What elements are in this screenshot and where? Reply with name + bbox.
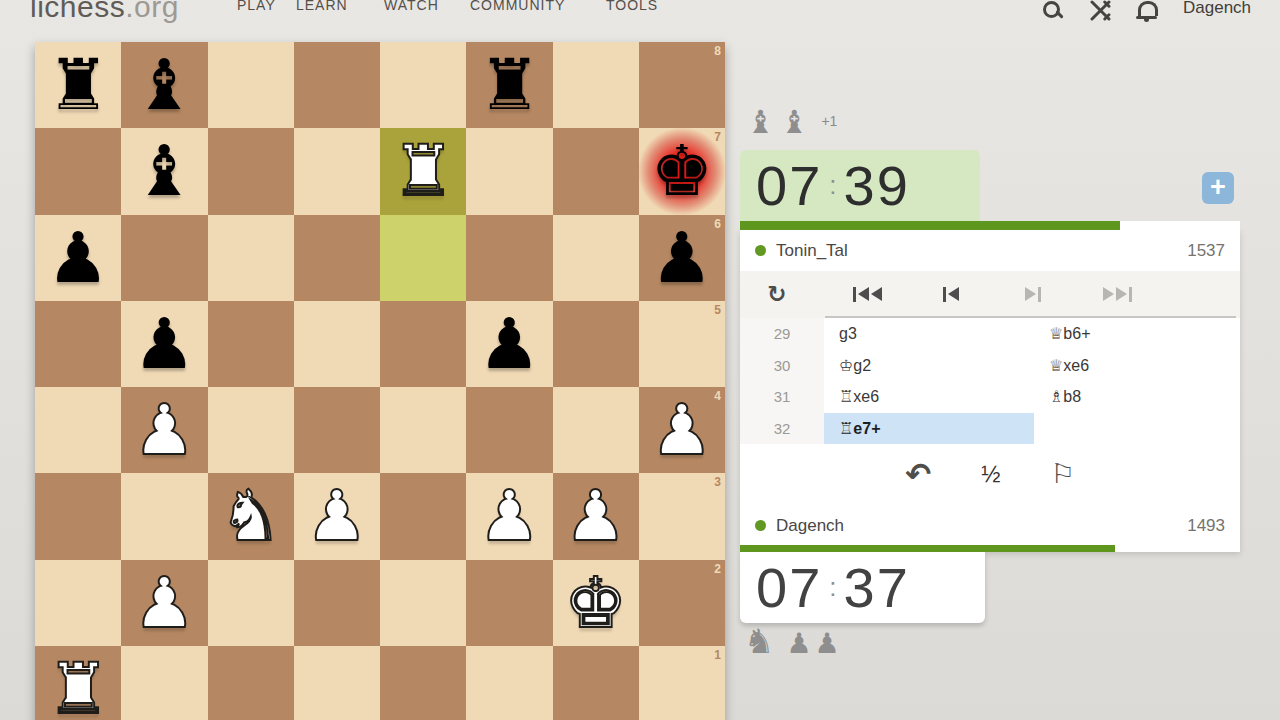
time-bar-top-fill <box>740 221 1120 230</box>
square-g8[interactable] <box>553 42 639 128</box>
captured-by-top: ♝♝ <box>746 106 813 138</box>
square-f6[interactable] <box>466 215 552 301</box>
time-bar-bottom-fill <box>740 545 1115 552</box>
piece-white-rook[interactable]: ♜ <box>35 646 121 720</box>
piece-white-pawn[interactable]: ♟ <box>466 473 552 559</box>
move-white[interactable]: ♖xe6 <box>824 381 1034 413</box>
triangle <box>1025 287 1036 301</box>
bar <box>943 287 946 302</box>
clock-bottom-seconds: 37 <box>844 560 910 616</box>
time-bar-top <box>740 221 1240 230</box>
square-a4[interactable] <box>35 387 121 473</box>
clock-separator: : <box>829 572 836 603</box>
clock-top-active: 07 : 39 <box>740 150 980 221</box>
move-white[interactable]: ♔g2 <box>824 350 1034 382</box>
brand-suffix: .org <box>125 0 179 23</box>
flip-board-icon[interactable]: ↻ <box>754 272 800 316</box>
captured-knight-icon: ♞ <box>744 624 774 658</box>
player-name-bottom[interactable]: Dagench <box>776 516 844 536</box>
square-d6[interactable] <box>294 215 380 301</box>
rank-label-3: 3 <box>714 475 721 489</box>
square-g2[interactable]: ♚ <box>553 560 639 646</box>
square-b2[interactable]: ♟ <box>121 560 207 646</box>
rank-label-8: 8 <box>714 44 721 58</box>
square-e1[interactable]: e <box>380 646 466 720</box>
move-number: 30 <box>740 350 824 382</box>
square-d8[interactable] <box>294 42 380 128</box>
square-c4[interactable] <box>208 387 294 473</box>
move-black[interactable]: ♕xe6 <box>1034 350 1240 382</box>
move-black[interactable]: ♕b6+ <box>1034 318 1240 350</box>
brand-main: lichess <box>30 0 125 23</box>
player-row-bottom: Dagench 1493 <box>740 505 1240 546</box>
bell-body <box>1138 1 1158 16</box>
square-e2[interactable] <box>380 560 466 646</box>
triangle <box>858 287 869 301</box>
square-b5[interactable]: ♟ <box>121 301 207 387</box>
square-e7[interactable]: ♜ <box>380 128 466 214</box>
square-g5[interactable] <box>553 301 639 387</box>
nav-item-learn[interactable]: LEARN <box>296 0 348 13</box>
search-handle <box>1055 10 1063 18</box>
piece-black-pawn[interactable]: ♟ <box>639 215 725 301</box>
nav-item-tools[interactable]: TOOLS <box>606 0 658 13</box>
go-last-move-button[interactable] <box>1094 272 1140 316</box>
rank-label-2: 2 <box>714 562 721 576</box>
piece-black-pawn[interactable]: ♟ <box>35 215 121 301</box>
square-h5[interactable]: 5 <box>639 301 725 387</box>
triangle <box>948 287 959 301</box>
captured-pieces-top: ♝♝ +1 <box>746 106 837 138</box>
piece-white-pawn[interactable]: ♟ <box>639 387 725 473</box>
clock-bottom-minutes: 07 <box>756 560 822 616</box>
piece-black-pawn[interactable]: ♟ <box>121 301 207 387</box>
piece-black-pawn[interactable]: ♟ <box>466 301 552 387</box>
go-first-move-button[interactable] <box>844 272 890 316</box>
square-h1[interactable]: 1h <box>639 646 725 720</box>
square-d1[interactable]: d <box>294 646 380 720</box>
square-h2[interactable]: 2 <box>639 560 725 646</box>
nav-item-community[interactable]: COMMUNITY <box>470 0 565 13</box>
nav-item-watch[interactable]: WATCH <box>384 0 439 13</box>
go-next-move-button[interactable] <box>1010 272 1056 316</box>
square-c5[interactable] <box>208 301 294 387</box>
move-row: 31♖xe6♗b8 <box>740 381 1240 413</box>
bar <box>853 287 856 302</box>
bar <box>1038 287 1041 302</box>
notifications-bell-icon[interactable] <box>1136 0 1160 22</box>
search-icon[interactable] <box>1042 0 1066 22</box>
square-h8[interactable]: 8 <box>639 42 725 128</box>
move-white[interactable]: g3 <box>824 318 1034 350</box>
triangle <box>1116 287 1127 301</box>
move-black[interactable]: ♗b8 <box>1034 381 1240 413</box>
piece-black-bishop[interactable]: ♝ <box>121 128 207 214</box>
square-d3[interactable]: ♟ <box>294 473 380 559</box>
rank-label-5: 5 <box>714 303 721 317</box>
move-number: 32 <box>740 413 824 445</box>
square-h3[interactable]: 3 <box>639 473 725 559</box>
go-previous-move-button[interactable] <box>928 272 974 316</box>
square-b1[interactable]: b <box>121 646 207 720</box>
piece-black-rook[interactable]: ♜ <box>466 42 552 128</box>
square-g1[interactable]: g <box>553 646 639 720</box>
game-side-panel: Tonin_Tal 1537 ↻ 29g3♕b6+30♔g2♕xe631♖xe6… <box>740 230 1240 552</box>
move-list-scrollbar[interactable] <box>825 316 1236 318</box>
resign-flag-icon[interactable]: ⚐ <box>1050 461 1074 488</box>
square-c1[interactable]: c <box>208 646 294 720</box>
move-black <box>1034 413 1240 445</box>
player-name-top[interactable]: Tonin_Tal <box>776 241 848 261</box>
piece-black-king[interactable]: ♚ <box>639 128 725 214</box>
square-g7[interactable] <box>553 128 639 214</box>
square-b8[interactable]: ♝ <box>121 42 207 128</box>
captured-by-bottom: ♞♟♟ <box>744 624 843 658</box>
square-f7[interactable] <box>466 128 552 214</box>
game-action-buttons: ↶ ½ ⚐ <box>740 444 1240 505</box>
square-a5[interactable] <box>35 301 121 387</box>
piece-black-bishop[interactable]: ♝ <box>121 42 207 128</box>
square-e3[interactable] <box>380 473 466 559</box>
square-b6[interactable] <box>121 215 207 301</box>
square-b4[interactable]: ♟ <box>121 387 207 473</box>
square-d4[interactable] <box>294 387 380 473</box>
square-e8[interactable] <box>380 42 466 128</box>
move-number: 29 <box>740 318 824 350</box>
chess-board: ♜♝♜8♝♜7♚♟6♟♟♟5♟4♟♞♟♟♟3♟♚2a♜bcdefg1h <box>35 42 725 720</box>
square-c2[interactable] <box>208 560 294 646</box>
square-g3[interactable]: ♟ <box>553 473 639 559</box>
square-g6[interactable] <box>553 215 639 301</box>
captured-bishop-icon: ♝ <box>746 106 775 138</box>
square-b3[interactable] <box>121 473 207 559</box>
player-row-top: Tonin_Tal 1537 <box>740 230 1240 271</box>
square-e4[interactable] <box>380 387 466 473</box>
clock-separator: : <box>829 170 836 201</box>
captured-pieces-bottom: ♞♟♟ <box>744 624 843 658</box>
square-a8[interactable]: ♜ <box>35 42 121 128</box>
move-controls: ↻ <box>740 271 1240 318</box>
offer-draw-button[interactable]: ½ <box>981 463 1000 486</box>
square-f4[interactable] <box>466 387 552 473</box>
captured-bishop-icon: ♝ <box>780 106 809 138</box>
square-f2[interactable] <box>466 560 552 646</box>
takeback-icon[interactable]: ↶ <box>905 459 931 490</box>
square-a6[interactable]: ♟ <box>35 215 121 301</box>
square-a1[interactable]: a♜ <box>35 646 121 720</box>
clock-top-minutes: 07 <box>756 158 822 214</box>
square-f8[interactable]: ♜ <box>466 42 552 128</box>
triangle <box>871 287 882 301</box>
top-nav: lichess.org PLAY LEARN WATCH COMMUNITY T… <box>0 0 1280 30</box>
time-bar-bottom <box>740 545 1240 552</box>
bar <box>1129 287 1132 302</box>
material-advantage: +1 <box>821 113 837 129</box>
square-c8[interactable] <box>208 42 294 128</box>
square-a7[interactable] <box>35 128 121 214</box>
player-rating-bottom: 1493 <box>1187 516 1225 536</box>
piece-white-pawn[interactable]: ♟ <box>553 473 639 559</box>
move-list: 29g3♕b6+30♔g2♕xe631♖xe6♗b832♖e7+ <box>740 318 1240 444</box>
move-row: 30♔g2♕xe6 <box>740 350 1240 382</box>
square-f5[interactable]: ♟ <box>466 301 552 387</box>
square-b7[interactable]: ♝ <box>121 128 207 214</box>
nav-item-play[interactable]: PLAY <box>237 0 276 13</box>
piece-white-rook[interactable]: ♜ <box>380 128 466 214</box>
square-d5[interactable] <box>294 301 380 387</box>
move-row: 32♖e7+ <box>740 413 1240 445</box>
captured-pawn-icon: ♟ <box>815 630 840 658</box>
lichess-logo[interactable]: lichess.org <box>30 0 179 24</box>
online-dot <box>755 245 766 256</box>
piece-white-knight[interactable]: ♞ <box>208 473 294 559</box>
square-h4[interactable]: 4♟ <box>639 387 725 473</box>
bell-clapper <box>1144 19 1149 22</box>
move-row: 29g3♕b6+ <box>740 318 1240 350</box>
square-a3[interactable] <box>35 473 121 559</box>
square-a2[interactable] <box>35 560 121 646</box>
piece-black-rook[interactable]: ♜ <box>35 42 121 128</box>
logged-in-username[interactable]: Dagench <box>1183 0 1251 18</box>
move-white[interactable]: ♖e7+ <box>824 413 1034 445</box>
rank-label-1: 1 <box>714 648 721 662</box>
online-dot <box>755 520 766 531</box>
square-h7[interactable]: 7♚ <box>639 128 725 214</box>
player-rating-top: 1537 <box>1187 241 1225 261</box>
square-c3[interactable]: ♞ <box>208 473 294 559</box>
square-e6[interactable] <box>380 215 466 301</box>
crossed-swords-icon[interactable] <box>1088 0 1112 22</box>
piece-white-pawn[interactable]: ♟ <box>121 560 207 646</box>
piece-white-pawn[interactable]: ♟ <box>121 387 207 473</box>
clock-top-seconds: 39 <box>844 158 910 214</box>
give-more-time-button[interactable]: + <box>1202 172 1234 204</box>
move-number: 31 <box>740 381 824 413</box>
clock-bottom: 07 : 37 <box>740 552 985 623</box>
captured-pawn-icon: ♟ <box>786 630 811 658</box>
piece-white-pawn[interactable]: ♟ <box>294 473 380 559</box>
square-c6[interactable] <box>208 215 294 301</box>
square-d2[interactable] <box>294 560 380 646</box>
square-e5[interactable] <box>380 301 466 387</box>
square-c7[interactable] <box>208 128 294 214</box>
square-f3[interactable]: ♟ <box>466 473 552 559</box>
square-f1[interactable]: f <box>466 646 552 720</box>
square-d7[interactable] <box>294 128 380 214</box>
square-h6[interactable]: 6♟ <box>639 215 725 301</box>
triangle <box>1103 287 1114 301</box>
square-g4[interactable] <box>553 387 639 473</box>
piece-white-king[interactable]: ♚ <box>553 560 639 646</box>
